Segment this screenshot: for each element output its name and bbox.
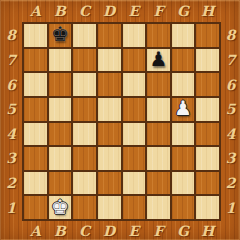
file-label-a: A [24,221,47,240]
square-e2[interactable] [123,172,146,195]
rank-label-8: 8 [221,24,240,47]
file-label-e: E [123,221,146,240]
square-b1[interactable]: ♚ [49,196,72,219]
square-e3[interactable] [123,147,146,170]
square-d6[interactable] [98,73,121,96]
square-h2[interactable] [196,172,219,195]
square-d7[interactable] [98,49,121,72]
square-g7[interactable] [172,49,195,72]
square-f4[interactable] [147,123,170,146]
rank-label-3: 3 [0,147,22,170]
square-c1[interactable] [73,196,96,219]
square-g4[interactable] [172,123,195,146]
square-g1[interactable] [172,196,195,219]
rank-label-8: 8 [0,24,22,47]
black-pawn[interactable]: ♟ [149,49,167,69]
file-label-g: G [172,221,195,240]
square-d2[interactable] [98,172,121,195]
square-a1[interactable] [24,196,47,219]
rank-label-1: 1 [221,196,240,219]
square-c5[interactable] [73,98,96,121]
rank-label-3: 3 [221,147,240,170]
square-h7[interactable] [196,49,219,72]
square-f1[interactable] [147,196,170,219]
square-c4[interactable] [73,123,96,146]
square-b7[interactable] [49,49,72,72]
square-f7[interactable]: ♟ [147,49,170,72]
square-h4[interactable] [196,123,219,146]
square-e6[interactable] [123,73,146,96]
square-c2[interactable] [73,172,96,195]
file-labels-bottom: ABCDEFGH [22,221,221,240]
square-b2[interactable] [49,172,72,195]
square-g2[interactable] [172,172,195,195]
file-label-e: E [123,0,146,22]
square-a3[interactable] [24,147,47,170]
square-d1[interactable] [98,196,121,219]
square-d5[interactable] [98,98,121,121]
square-f5[interactable] [147,98,170,121]
file-label-h: H [196,221,219,240]
square-c6[interactable] [73,73,96,96]
square-b5[interactable] [49,98,72,121]
black-king[interactable]: ♚ [51,24,69,44]
white-king[interactable]: ♚ [51,197,69,217]
square-a4[interactable] [24,123,47,146]
square-c3[interactable] [73,147,96,170]
square-c8[interactable] [73,24,96,47]
rank-label-4: 4 [221,123,240,146]
square-g6[interactable] [172,73,195,96]
square-h3[interactable] [196,147,219,170]
square-h5[interactable] [196,98,219,121]
square-e5[interactable] [123,98,146,121]
square-e7[interactable] [123,49,146,72]
square-a7[interactable] [24,49,47,72]
rank-label-4: 4 [0,123,22,146]
file-label-c: C [73,0,96,22]
square-d4[interactable] [98,123,121,146]
square-g3[interactable] [172,147,195,170]
rank-label-5: 5 [0,98,22,121]
square-f3[interactable] [147,147,170,170]
file-label-a: A [24,0,47,22]
rank-label-2: 2 [0,172,22,195]
square-f6[interactable] [147,73,170,96]
file-label-f: F [147,221,170,240]
square-a5[interactable] [24,98,47,121]
square-b8[interactable]: ♚ [49,24,72,47]
chess-board: ♚♟♟♚ [22,22,221,221]
square-e1[interactable] [123,196,146,219]
file-label-f: F [147,0,170,22]
rank-label-2: 2 [221,172,240,195]
square-g5[interactable]: ♟ [172,98,195,121]
square-d3[interactable] [98,147,121,170]
square-e4[interactable] [123,123,146,146]
rank-label-6: 6 [0,73,22,96]
square-h8[interactable] [196,24,219,47]
white-pawn[interactable]: ♟ [174,98,192,118]
rank-label-7: 7 [0,49,22,72]
file-label-d: D [98,0,121,22]
rank-label-5: 5 [221,98,240,121]
rank-label-7: 7 [221,49,240,72]
file-label-b: B [49,0,72,22]
rank-label-1: 1 [0,196,22,219]
file-labels-top: ABCDEFGH [22,0,221,22]
square-g8[interactable] [172,24,195,47]
file-label-b: B [49,221,72,240]
square-h1[interactable] [196,196,219,219]
square-f2[interactable] [147,172,170,195]
square-a2[interactable] [24,172,47,195]
file-label-g: G [172,0,195,22]
square-a8[interactable] [24,24,47,47]
square-e8[interactable] [123,24,146,47]
square-c7[interactable] [73,49,96,72]
file-label-c: C [73,221,96,240]
square-f8[interactable] [147,24,170,47]
file-label-d: D [98,221,121,240]
rank-labels-left: 87654321 [0,22,22,221]
rank-labels-right: 87654321 [221,22,240,221]
square-b4[interactable] [49,123,72,146]
square-b3[interactable] [49,147,72,170]
square-d8[interactable] [98,24,121,47]
square-a6[interactable] [24,73,47,96]
file-label-h: H [196,0,219,22]
rank-label-6: 6 [221,73,240,96]
square-b6[interactable] [49,73,72,96]
square-h6[interactable] [196,73,219,96]
chess-board-window: ABCDEFGH ABCDEFGH 87654321 87654321 ♚♟♟♚ [0,0,240,240]
